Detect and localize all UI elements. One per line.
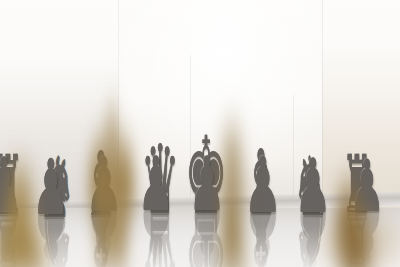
chess-piece-gold-knight-blurred: ♞ bbox=[325, 162, 380, 267]
chess-piece-silver-pawn-d7: ♟ bbox=[138, 147, 175, 222]
chess-photo-stage: ♜♞♝♛♚♝♞♜♟♟♟♟♟♟♟♟ ♜♞♝♛♚♝♞♜♟♟♟♟♟♟♟♟ ♟♚♝♞ bbox=[0, 0, 400, 267]
chess-piece-gold-pawn-blurred: ♟ bbox=[0, 149, 55, 267]
chess-piece-gold-bishop-blurred: ♝ bbox=[204, 110, 260, 267]
chess-piece-gold-king-blurred: ♚ bbox=[83, 88, 140, 267]
